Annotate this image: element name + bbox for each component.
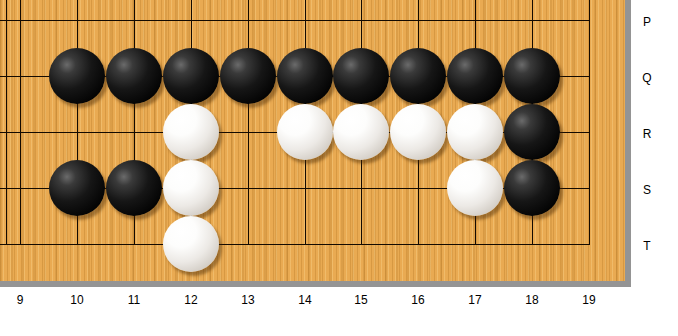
stone-white[interactable] xyxy=(277,104,333,160)
grid-line-vertical xyxy=(6,0,7,245)
grid-line-vertical xyxy=(589,0,590,245)
row-label: Q xyxy=(642,72,651,84)
column-label: 10 xyxy=(70,294,83,306)
column-label: 11 xyxy=(128,294,140,306)
stone-white[interactable] xyxy=(447,104,503,160)
stone-black[interactable] xyxy=(277,48,333,104)
column-label: 12 xyxy=(184,294,197,306)
stone-black[interactable] xyxy=(106,160,162,216)
stone-black[interactable] xyxy=(220,48,276,104)
row-label: R xyxy=(643,128,652,140)
stone-black[interactable] xyxy=(504,48,560,104)
column-label: 14 xyxy=(298,294,311,306)
column-label: 17 xyxy=(468,294,481,306)
stone-white[interactable] xyxy=(447,160,503,216)
stone-black[interactable] xyxy=(390,48,446,104)
grid-line-vertical xyxy=(20,0,21,245)
column-label: 16 xyxy=(411,294,424,306)
stone-white[interactable] xyxy=(163,160,219,216)
column-label: 19 xyxy=(582,294,595,306)
stone-white[interactable] xyxy=(390,104,446,160)
grid-line-horizontal xyxy=(0,20,590,21)
column-label: 13 xyxy=(241,294,254,306)
stone-white[interactable] xyxy=(333,104,389,160)
stone-black[interactable] xyxy=(504,104,560,160)
row-label: P xyxy=(643,16,651,28)
stone-black[interactable] xyxy=(49,48,105,104)
grid-line-vertical xyxy=(248,0,249,245)
stone-black[interactable] xyxy=(333,48,389,104)
stone-white[interactable] xyxy=(163,216,219,272)
stone-black[interactable] xyxy=(49,160,105,216)
column-label: 15 xyxy=(354,294,367,306)
row-label: S xyxy=(643,184,651,196)
stone-black[interactable] xyxy=(447,48,503,104)
go-board[interactable] xyxy=(0,0,631,287)
stone-black[interactable] xyxy=(504,160,560,216)
column-label: 18 xyxy=(525,294,538,306)
column-label: 9 xyxy=(17,294,24,306)
stone-white[interactable] xyxy=(163,104,219,160)
grid-line-horizontal xyxy=(0,244,590,245)
row-label: T xyxy=(643,240,650,252)
stone-black[interactable] xyxy=(163,48,219,104)
stone-black[interactable] xyxy=(106,48,162,104)
